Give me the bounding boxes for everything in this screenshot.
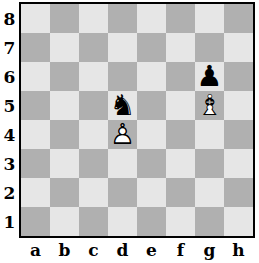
- chess-board-diagram: 87654321 ♟♞♝♗♟♙ abcdefgh: [0, 0, 259, 263]
- square-f6[interactable]: [166, 62, 195, 91]
- square-h4[interactable]: [224, 120, 253, 149]
- square-h7[interactable]: [224, 33, 253, 62]
- square-b8[interactable]: [50, 4, 79, 33]
- square-e5[interactable]: [137, 91, 166, 120]
- file-label-e: e: [137, 237, 166, 263]
- square-d2[interactable]: [108, 178, 137, 207]
- square-f1[interactable]: [166, 207, 195, 236]
- square-c8[interactable]: [79, 4, 108, 33]
- square-b2[interactable]: [50, 178, 79, 207]
- square-g6[interactable]: ♟: [195, 62, 224, 91]
- square-g2[interactable]: [195, 178, 224, 207]
- square-g5[interactable]: ♝♗: [195, 91, 224, 120]
- square-c6[interactable]: [79, 62, 108, 91]
- square-f5[interactable]: [166, 91, 195, 120]
- file-label-f: f: [166, 237, 195, 263]
- square-a5[interactable]: [21, 91, 50, 120]
- square-g1[interactable]: [195, 207, 224, 236]
- square-a8[interactable]: [21, 4, 50, 33]
- square-g8[interactable]: [195, 4, 224, 33]
- square-g4[interactable]: [195, 120, 224, 149]
- square-c3[interactable]: [79, 149, 108, 178]
- rank-label-3: 3: [0, 149, 19, 178]
- square-h3[interactable]: [224, 149, 253, 178]
- square-b7[interactable]: [50, 33, 79, 62]
- rank-label-7: 7: [0, 33, 19, 62]
- piece-white-pawn[interactable]: ♟♙: [108, 120, 137, 149]
- square-h8[interactable]: [224, 4, 253, 33]
- square-a6[interactable]: [21, 62, 50, 91]
- square-b3[interactable]: [50, 149, 79, 178]
- square-a3[interactable]: [21, 149, 50, 178]
- square-g7[interactable]: [195, 33, 224, 62]
- rank-label-2: 2: [0, 178, 19, 207]
- square-d1[interactable]: [108, 207, 137, 236]
- square-e2[interactable]: [137, 178, 166, 207]
- square-d7[interactable]: [108, 33, 137, 62]
- square-f3[interactable]: [166, 149, 195, 178]
- square-d8[interactable]: [108, 4, 137, 33]
- file-label-c: c: [79, 237, 108, 263]
- square-b6[interactable]: [50, 62, 79, 91]
- rank-label-5: 5: [0, 91, 19, 120]
- square-h1[interactable]: [224, 207, 253, 236]
- square-b5[interactable]: [50, 91, 79, 120]
- rank-label-6: 6: [0, 62, 19, 91]
- square-a4[interactable]: [21, 120, 50, 149]
- file-label-a: a: [21, 237, 50, 263]
- square-d5[interactable]: ♞: [108, 91, 137, 120]
- square-h6[interactable]: [224, 62, 253, 91]
- white-pawn-icon: ♙: [108, 120, 137, 149]
- square-c2[interactable]: [79, 178, 108, 207]
- square-f2[interactable]: [166, 178, 195, 207]
- square-h5[interactable]: [224, 91, 253, 120]
- rank-label-8: 8: [0, 4, 19, 33]
- file-label-g: g: [195, 237, 224, 263]
- file-labels: abcdefgh: [21, 237, 253, 263]
- piece-black-pawn[interactable]: ♟: [195, 62, 224, 91]
- square-e7[interactable]: [137, 33, 166, 62]
- square-f8[interactable]: [166, 4, 195, 33]
- square-c1[interactable]: [79, 207, 108, 236]
- square-c5[interactable]: [79, 91, 108, 120]
- square-a7[interactable]: [21, 33, 50, 62]
- square-e4[interactable]: [137, 120, 166, 149]
- square-d4[interactable]: ♟♙: [108, 120, 137, 149]
- square-d3[interactable]: [108, 149, 137, 178]
- rank-label-1: 1: [0, 207, 19, 236]
- file-label-b: b: [50, 237, 79, 263]
- square-e6[interactable]: [137, 62, 166, 91]
- square-g3[interactable]: [195, 149, 224, 178]
- square-c4[interactable]: [79, 120, 108, 149]
- square-b4[interactable]: [50, 120, 79, 149]
- square-a1[interactable]: [21, 207, 50, 236]
- square-e3[interactable]: [137, 149, 166, 178]
- square-f7[interactable]: [166, 33, 195, 62]
- file-label-d: d: [108, 237, 137, 263]
- rank-label-4: 4: [0, 120, 19, 149]
- black-knight-icon: ♞: [108, 91, 137, 120]
- square-a2[interactable]: [21, 178, 50, 207]
- square-h2[interactable]: [224, 178, 253, 207]
- file-label-h: h: [224, 237, 253, 263]
- white-bishop-icon: ♗: [195, 91, 224, 120]
- piece-white-bishop[interactable]: ♝♗: [195, 91, 224, 120]
- square-e1[interactable]: [137, 207, 166, 236]
- square-e8[interactable]: [137, 4, 166, 33]
- piece-black-knight[interactable]: ♞: [108, 91, 137, 120]
- square-c7[interactable]: [79, 33, 108, 62]
- chess-board: ♟♞♝♗♟♙: [19, 2, 255, 238]
- square-f4[interactable]: [166, 120, 195, 149]
- black-pawn-icon: ♟: [195, 62, 224, 91]
- rank-labels: 87654321: [0, 4, 19, 236]
- square-b1[interactable]: [50, 207, 79, 236]
- square-d6[interactable]: [108, 62, 137, 91]
